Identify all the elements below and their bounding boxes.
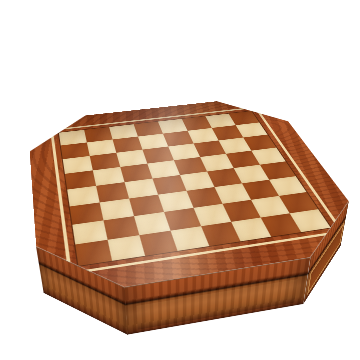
chess-board <box>59 111 331 266</box>
drawer-front-panel <box>137 279 297 330</box>
product-photo <box>0 0 360 360</box>
chess-box <box>28 96 360 301</box>
